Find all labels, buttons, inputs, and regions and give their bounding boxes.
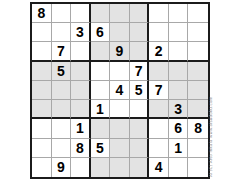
cell-r6c8[interactable]: 3 [169,100,189,119]
cell-r4c7[interactable] [149,62,169,81]
cell-r9c7[interactable]: 4 [149,158,169,177]
cell-r1c5[interactable] [110,4,130,23]
cell-r5c4[interactable] [91,81,111,100]
cell-r4c5[interactable] [110,62,130,81]
cell-r9c4[interactable] [91,158,111,177]
cell-r9c3[interactable] [71,158,91,177]
sudoku-board: 836792574571316885194 [30,2,210,179]
cell-r6c9[interactable] [188,100,208,119]
cell-r7c9[interactable]: 8 [188,119,208,138]
cell-r9c9[interactable] [188,158,208,177]
cell-r4c3[interactable] [71,62,91,81]
cell-r7c7[interactable] [149,119,169,138]
cell-r3c6[interactable] [130,42,150,61]
cell-r4c8[interactable] [169,62,189,81]
cell-r6c1[interactable] [32,100,52,119]
cell-r2c4[interactable]: 6 [91,23,111,42]
cell-r2c9[interactable] [188,23,208,42]
cell-r8c2[interactable] [52,139,72,158]
cell-r3c9[interactable] [188,42,208,61]
cell-r6c6[interactable] [130,100,150,119]
cell-r1c4[interactable] [91,4,111,23]
cell-r5c1[interactable] [32,81,52,100]
cell-r1c6[interactable] [130,4,150,23]
cell-r4c4[interactable] [91,62,111,81]
cell-r9c1[interactable] [32,158,52,177]
cell-r3c7[interactable]: 2 [149,42,169,61]
cell-r9c6[interactable] [130,158,150,177]
cell-r3c5[interactable]: 9 [110,42,130,61]
cell-r7c5[interactable] [110,119,130,138]
cell-r5c9[interactable] [188,81,208,100]
cell-r2c7[interactable] [149,23,169,42]
cell-r6c3[interactable] [71,100,91,119]
cell-r5c2[interactable] [52,81,72,100]
cell-r8c1[interactable] [32,139,52,158]
cell-r4c9[interactable] [188,62,208,81]
cell-r7c1[interactable] [32,119,52,138]
cell-r3c2[interactable]: 7 [52,42,72,61]
cell-r7c2[interactable] [52,119,72,138]
cell-r3c1[interactable] [32,42,52,61]
cell-r6c5[interactable] [110,100,130,119]
cell-r5c8[interactable] [169,81,189,100]
cell-r9c8[interactable] [169,158,189,177]
cell-r8c5[interactable] [110,139,130,158]
cell-r2c5[interactable] [110,23,130,42]
cell-r1c3[interactable] [71,4,91,23]
cell-r9c2[interactable]: 9 [52,158,72,177]
cell-r2c3[interactable]: 3 [71,23,91,42]
cell-r8c7[interactable] [149,139,169,158]
cell-r1c9[interactable] [188,4,208,23]
cell-r8c3[interactable]: 8 [71,139,91,158]
cell-r6c2[interactable] [52,100,72,119]
cell-r7c4[interactable] [91,119,111,138]
cell-r2c2[interactable] [52,23,72,42]
cell-r8c6[interactable] [130,139,150,158]
cell-r2c6[interactable] [130,23,150,42]
cell-r4c6[interactable]: 7 [130,62,150,81]
cell-r5c7[interactable]: 7 [149,81,169,100]
cell-r2c8[interactable] [169,23,189,42]
cell-r1c8[interactable] [169,4,189,23]
cell-r9c5[interactable] [110,158,130,177]
cell-r7c3[interactable]: 1 [71,119,91,138]
cell-r3c3[interactable] [71,42,91,61]
cell-r4c2[interactable]: 5 [52,62,72,81]
cell-r6c7[interactable] [149,100,169,119]
cell-r5c5[interactable]: 4 [110,81,130,100]
cell-r1c1[interactable]: 8 [32,4,52,23]
cell-r5c6[interactable]: 5 [130,81,150,100]
cell-r1c2[interactable] [52,4,72,23]
cell-r1c7[interactable] [149,4,169,23]
cell-r8c9[interactable] [188,139,208,158]
cell-r7c6[interactable] [130,119,150,138]
cell-r4c1[interactable] [32,62,52,81]
copyright-watermark: AI (C) Arto Inkala www.aisudoku.com [208,103,213,177]
cell-r3c8[interactable] [169,42,189,61]
cell-r8c4[interactable]: 5 [91,139,111,158]
cell-r5c3[interactable] [71,81,91,100]
cell-r6c4[interactable]: 1 [91,100,111,119]
cell-r8c8[interactable]: 1 [169,139,189,158]
cell-r7c8[interactable]: 6 [169,119,189,138]
cell-r2c1[interactable] [32,23,52,42]
cell-r3c4[interactable] [91,42,111,61]
